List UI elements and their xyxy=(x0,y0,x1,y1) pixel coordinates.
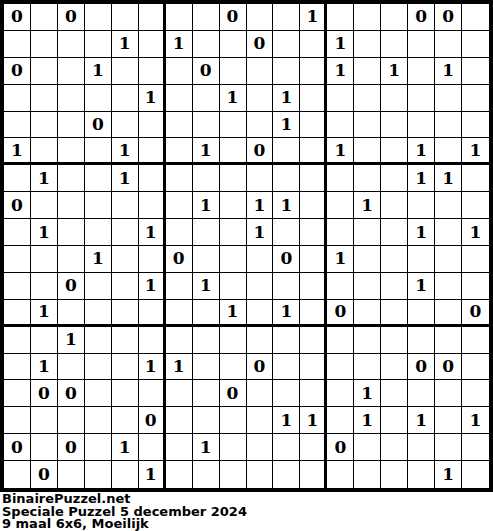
cell-r2c1-empty[interactable] xyxy=(4,31,31,58)
cell-r9c5-empty[interactable] xyxy=(112,219,139,246)
cell-r1c5-empty[interactable] xyxy=(112,4,139,31)
cell-r5c15-empty[interactable] xyxy=(381,112,408,139)
cell-r13c1-empty[interactable] xyxy=(4,327,31,354)
cell-r12c3-empty[interactable] xyxy=(58,300,85,327)
footer-details: 9 maal 6x6, Moeilijk xyxy=(2,518,493,531)
cell-r13c9-empty[interactable] xyxy=(220,327,247,354)
cell-r8c2-empty[interactable] xyxy=(31,192,58,219)
cell-r2c5-given-1: 1 xyxy=(112,31,139,58)
cell-r7c1-empty[interactable] xyxy=(4,165,31,192)
cell-r11c4-empty[interactable] xyxy=(85,273,112,300)
cell-r7c13-empty[interactable] xyxy=(327,165,354,192)
cell-r11c7-empty[interactable] xyxy=(166,273,193,300)
cell-r10c5-empty[interactable] xyxy=(112,246,139,273)
cell-r14c8-empty[interactable] xyxy=(193,354,220,381)
cell-r8c13-empty[interactable] xyxy=(327,192,354,219)
cell-r8c16-empty[interactable] xyxy=(408,192,435,219)
cell-r10c15-empty[interactable] xyxy=(381,246,408,273)
cell-r18c4-empty[interactable] xyxy=(85,461,112,488)
cell-r10c1-empty[interactable] xyxy=(4,246,31,273)
cell-r14c4-empty[interactable] xyxy=(85,354,112,381)
cell-r16c8-empty[interactable] xyxy=(193,407,220,434)
cell-r12c18-given-0: 0 xyxy=(462,300,489,327)
cell-r18c15-empty[interactable] xyxy=(381,461,408,488)
cell-r8c6-empty[interactable] xyxy=(139,192,166,219)
cell-r11c17-empty[interactable] xyxy=(435,273,462,300)
cell-r17c9-empty[interactable] xyxy=(220,434,247,461)
cell-r18c3-empty[interactable] xyxy=(58,461,85,488)
cell-r1c16-given-0: 0 xyxy=(408,4,435,31)
cell-r11c14-empty[interactable] xyxy=(354,273,381,300)
cell-r6c3-empty[interactable] xyxy=(58,138,85,165)
cell-r13c18-empty[interactable] xyxy=(462,327,489,354)
cell-r16c15-empty[interactable] xyxy=(381,407,408,434)
cell-r14c11-empty[interactable] xyxy=(273,354,300,381)
cell-r5c12-empty[interactable] xyxy=(300,112,327,139)
cell-r15c4-empty[interactable] xyxy=(85,380,112,407)
cell-r12c6-empty[interactable] xyxy=(139,300,166,327)
cell-r16c14-given-1: 1 xyxy=(354,407,381,434)
cell-r6c13-given-1: 1 xyxy=(327,138,354,165)
cell-r1c15-empty[interactable] xyxy=(381,4,408,31)
cell-r3c13-given-1: 1 xyxy=(327,58,354,85)
cell-r16c11-given-1: 1 xyxy=(273,407,300,434)
cell-r3c12-empty[interactable] xyxy=(300,58,327,85)
cell-r4c16-empty[interactable] xyxy=(408,85,435,112)
cell-r3c14-empty[interactable] xyxy=(354,58,381,85)
cell-r17c2-empty[interactable] xyxy=(31,434,58,461)
cell-r8c17-empty[interactable] xyxy=(435,192,462,219)
cell-r4c10-empty[interactable] xyxy=(247,85,274,112)
cell-r18c8-empty[interactable] xyxy=(193,461,220,488)
cell-r14c7-given-1: 1 xyxy=(166,354,193,381)
cell-r15c15-empty[interactable] xyxy=(381,380,408,407)
cell-r4c18-empty[interactable] xyxy=(462,85,489,112)
cell-r17c13-given-0: 0 xyxy=(327,434,354,461)
cell-r18c11-empty[interactable] xyxy=(273,461,300,488)
cell-r3c7-empty[interactable] xyxy=(166,58,193,85)
cell-r17c15-empty[interactable] xyxy=(381,434,408,461)
cell-r6c12-empty[interactable] xyxy=(300,138,327,165)
cell-r17c7-empty[interactable] xyxy=(166,434,193,461)
cell-r10c9-empty[interactable] xyxy=(220,246,247,273)
cell-r3c3-empty[interactable] xyxy=(58,58,85,85)
cell-r16c4-empty[interactable] xyxy=(85,407,112,434)
cell-r17c11-empty[interactable] xyxy=(273,434,300,461)
cell-r13c17-empty[interactable] xyxy=(435,327,462,354)
cell-r10c6-empty[interactable] xyxy=(139,246,166,273)
cell-r11c8-given-1: 1 xyxy=(193,273,220,300)
cell-r15c1-empty[interactable] xyxy=(4,380,31,407)
cell-r9c11-empty[interactable] xyxy=(273,219,300,246)
cell-r16c3-empty[interactable] xyxy=(58,407,85,434)
cell-r2c17-empty[interactable] xyxy=(435,31,462,58)
cell-r6c4-empty[interactable] xyxy=(85,138,112,165)
cell-r17c4-empty[interactable] xyxy=(85,434,112,461)
cell-r10c17-empty[interactable] xyxy=(435,246,462,273)
cell-r9c12-empty[interactable] xyxy=(300,219,327,246)
cell-r1c17-given-0: 0 xyxy=(435,4,462,31)
cell-r5c10-empty[interactable] xyxy=(247,112,274,139)
cell-r15c14-given-1: 1 xyxy=(354,380,381,407)
cell-r8c8-given-1: 1 xyxy=(193,192,220,219)
cell-r13c16-empty[interactable] xyxy=(408,327,435,354)
cell-r11c1-empty[interactable] xyxy=(4,273,31,300)
cell-r12c17-empty[interactable] xyxy=(435,300,462,327)
cell-r8c5-empty[interactable] xyxy=(112,192,139,219)
cell-r18c5-empty[interactable] xyxy=(112,461,139,488)
cell-r14c3-empty[interactable] xyxy=(58,354,85,381)
cell-r3c11-empty[interactable] xyxy=(273,58,300,85)
cell-r14c16-given-0: 0 xyxy=(408,354,435,381)
cell-r2c4-empty[interactable] xyxy=(85,31,112,58)
cell-r4c14-empty[interactable] xyxy=(354,85,381,112)
cell-r18c10-empty[interactable] xyxy=(247,461,274,488)
cell-r9c10-given-1: 1 xyxy=(247,219,274,246)
cell-r11c2-empty[interactable] xyxy=(31,273,58,300)
cell-r1c18-empty[interactable] xyxy=(462,4,489,31)
cell-r7c6-empty[interactable] xyxy=(139,165,166,192)
cell-r12c10-empty[interactable] xyxy=(247,300,274,327)
cell-r13c4-empty[interactable] xyxy=(85,327,112,354)
cell-r18c6-given-1: 1 xyxy=(139,461,166,488)
cell-r14c10-given-0: 0 xyxy=(247,354,274,381)
cell-r7c9-empty[interactable] xyxy=(220,165,247,192)
cell-r16c2-empty[interactable] xyxy=(31,407,58,434)
cell-r14c15-empty[interactable] xyxy=(381,354,408,381)
cell-r1c6-empty[interactable] xyxy=(139,4,166,31)
cell-r8c14-given-1: 1 xyxy=(354,192,381,219)
cell-r14c5-empty[interactable] xyxy=(112,354,139,381)
cell-r2c2-empty[interactable] xyxy=(31,31,58,58)
cell-r15c18-empty[interactable] xyxy=(462,380,489,407)
cell-r14c13-empty[interactable] xyxy=(327,354,354,381)
cell-r6c14-empty[interactable] xyxy=(354,138,381,165)
cell-r2c11-empty[interactable] xyxy=(273,31,300,58)
cell-r7c8-empty[interactable] xyxy=(193,165,220,192)
cell-r14c14-empty[interactable] xyxy=(354,354,381,381)
cell-r17c12-empty[interactable] xyxy=(300,434,327,461)
cell-r16c1-empty[interactable] xyxy=(4,407,31,434)
cell-r5c8-empty[interactable] xyxy=(193,112,220,139)
cell-r9c7-empty[interactable] xyxy=(166,219,193,246)
cell-r13c7-empty[interactable] xyxy=(166,327,193,354)
cell-r4c3-empty[interactable] xyxy=(58,85,85,112)
cell-r11c6-given-1: 1 xyxy=(139,273,166,300)
cell-r17c3-given-0: 0 xyxy=(58,434,85,461)
cell-r17c18-empty[interactable] xyxy=(462,434,489,461)
cell-r4c1-empty[interactable] xyxy=(4,85,31,112)
cell-r10c8-empty[interactable] xyxy=(193,246,220,273)
cell-r11c12-empty[interactable] xyxy=(300,273,327,300)
cell-r4c9-given-1: 1 xyxy=(220,85,247,112)
cell-r7c3-empty[interactable] xyxy=(58,165,85,192)
cell-r13c12-empty[interactable] xyxy=(300,327,327,354)
cell-r12c11-given-1: 1 xyxy=(273,300,300,327)
cell-r2c9-empty[interactable] xyxy=(220,31,247,58)
cell-r9c17-empty[interactable] xyxy=(435,219,462,246)
cell-r12c5-empty[interactable] xyxy=(112,300,139,327)
cell-r16c5-empty[interactable] xyxy=(112,407,139,434)
cell-r5c11-given-1: 1 xyxy=(273,112,300,139)
cell-r6c17-empty[interactable] xyxy=(435,138,462,165)
cell-r9c3-empty[interactable] xyxy=(58,219,85,246)
cell-r5c2-empty[interactable] xyxy=(31,112,58,139)
cell-r9c16-given-1: 1 xyxy=(408,219,435,246)
cell-r10c3-empty[interactable] xyxy=(58,246,85,273)
cell-r8c10-given-1: 1 xyxy=(247,192,274,219)
cell-r3c17-given-1: 1 xyxy=(435,58,462,85)
cell-r15c8-empty[interactable] xyxy=(193,380,220,407)
cell-r12c8-empty[interactable] xyxy=(193,300,220,327)
cell-r13c10-empty[interactable] xyxy=(247,327,274,354)
cell-r4c5-empty[interactable] xyxy=(112,85,139,112)
cell-r1c4-empty[interactable] xyxy=(85,4,112,31)
cell-r3c6-empty[interactable] xyxy=(139,58,166,85)
cell-r18c7-empty[interactable] xyxy=(166,461,193,488)
cell-r11c13-empty[interactable] xyxy=(327,273,354,300)
cell-r16c6-given-0: 0 xyxy=(139,407,166,434)
cell-r2c10-given-0: 0 xyxy=(247,31,274,58)
cell-r1c2-empty[interactable] xyxy=(31,4,58,31)
cell-r16c13-empty[interactable] xyxy=(327,407,354,434)
cell-r7c7-empty[interactable] xyxy=(166,165,193,192)
cell-r17c6-empty[interactable] xyxy=(139,434,166,461)
cell-r14c6-given-1: 1 xyxy=(139,354,166,381)
cell-r18c16-empty[interactable] xyxy=(408,461,435,488)
cell-r3c2-empty[interactable] xyxy=(31,58,58,85)
cell-r18c13-empty[interactable] xyxy=(327,461,354,488)
cell-r2c12-empty[interactable] xyxy=(300,31,327,58)
cell-r5c5-empty[interactable] xyxy=(112,112,139,139)
cell-r2c3-empty[interactable] xyxy=(58,31,85,58)
cell-r15c7-empty[interactable] xyxy=(166,380,193,407)
cell-r4c8-empty[interactable] xyxy=(193,85,220,112)
cell-r7c4-empty[interactable] xyxy=(85,165,112,192)
cell-r5c7-empty[interactable] xyxy=(166,112,193,139)
cell-r6c8-given-1: 1 xyxy=(193,138,220,165)
cell-r7c12-empty[interactable] xyxy=(300,165,327,192)
cell-r6c2-empty[interactable] xyxy=(31,138,58,165)
cell-r7c18-empty[interactable] xyxy=(462,165,489,192)
cell-r12c1-empty[interactable] xyxy=(4,300,31,327)
cell-r2c18-empty[interactable] xyxy=(462,31,489,58)
cell-r12c12-empty[interactable] xyxy=(300,300,327,327)
cell-r1c12-given-1: 1 xyxy=(300,4,327,31)
cell-r6c5-given-1: 1 xyxy=(112,138,139,165)
cell-r8c9-empty[interactable] xyxy=(220,192,247,219)
cell-r13c5-empty[interactable] xyxy=(112,327,139,354)
cell-r13c2-empty[interactable] xyxy=(31,327,58,354)
cell-r1c13-empty[interactable] xyxy=(327,4,354,31)
cell-r12c4-empty[interactable] xyxy=(85,300,112,327)
cell-r5c9-empty[interactable] xyxy=(220,112,247,139)
cell-r4c13-empty[interactable] xyxy=(327,85,354,112)
cell-r12c7-empty[interactable] xyxy=(166,300,193,327)
cell-r15c5-empty[interactable] xyxy=(112,380,139,407)
cell-r7c17-given-1: 1 xyxy=(435,165,462,192)
cell-r9c6-given-1: 1 xyxy=(139,219,166,246)
cell-r8c18-empty[interactable] xyxy=(462,192,489,219)
cell-r4c7-empty[interactable] xyxy=(166,85,193,112)
cell-r13c6-empty[interactable] xyxy=(139,327,166,354)
cell-r2c6-empty[interactable] xyxy=(139,31,166,58)
cell-r6c6-empty[interactable] xyxy=(139,138,166,165)
cell-r8c12-empty[interactable] xyxy=(300,192,327,219)
cell-r8c4-empty[interactable] xyxy=(85,192,112,219)
cell-r11c15-empty[interactable] xyxy=(381,273,408,300)
cell-r1c8-empty[interactable] xyxy=(193,4,220,31)
cell-r4c4-empty[interactable] xyxy=(85,85,112,112)
cell-r9c2-given-1: 1 xyxy=(31,219,58,246)
cell-r5c16-empty[interactable] xyxy=(408,112,435,139)
cell-r16c10-empty[interactable] xyxy=(247,407,274,434)
cell-r5c17-empty[interactable] xyxy=(435,112,462,139)
cell-r10c14-empty[interactable] xyxy=(354,246,381,273)
cell-r7c10-empty[interactable] xyxy=(247,165,274,192)
cell-r8c7-empty[interactable] xyxy=(166,192,193,219)
cell-r16c18-given-1: 1 xyxy=(462,407,489,434)
cell-r9c4-empty[interactable] xyxy=(85,219,112,246)
cell-r14c1-empty[interactable] xyxy=(4,354,31,381)
cell-r12c15-empty[interactable] xyxy=(381,300,408,327)
cell-r3c16-empty[interactable] xyxy=(408,58,435,85)
cell-r2c14-empty[interactable] xyxy=(354,31,381,58)
cell-r5c4-given-0: 0 xyxy=(85,112,112,139)
cell-r1c11-empty[interactable] xyxy=(273,4,300,31)
cell-r3c18-empty[interactable] xyxy=(462,58,489,85)
cell-r1c7-empty[interactable] xyxy=(166,4,193,31)
cell-r4c2-empty[interactable] xyxy=(31,85,58,112)
cell-r12c2-given-1: 1 xyxy=(31,300,58,327)
cell-r5c18-empty[interactable] xyxy=(462,112,489,139)
cell-r8c3-empty[interactable] xyxy=(58,192,85,219)
cell-r13c3-given-1: 1 xyxy=(58,327,85,354)
cell-r6c9-empty[interactable] xyxy=(220,138,247,165)
cell-r3c8-given-0: 0 xyxy=(193,58,220,85)
cell-r5c13-empty[interactable] xyxy=(327,112,354,139)
cell-r17c5-given-1: 1 xyxy=(112,434,139,461)
cell-r15c10-empty[interactable] xyxy=(247,380,274,407)
cell-r9c14-empty[interactable] xyxy=(354,219,381,246)
cell-r15c16-empty[interactable] xyxy=(408,380,435,407)
cell-r2c13-given-1: 1 xyxy=(327,31,354,58)
cell-r11c5-empty[interactable] xyxy=(112,273,139,300)
cell-r3c5-empty[interactable] xyxy=(112,58,139,85)
cell-r13c14-empty[interactable] xyxy=(354,327,381,354)
cell-r10c2-empty[interactable] xyxy=(31,246,58,273)
cell-r7c11-empty[interactable] xyxy=(273,165,300,192)
cell-r18c17-given-1: 1 xyxy=(435,461,462,488)
cell-r6c7-empty[interactable] xyxy=(166,138,193,165)
cell-r2c15-empty[interactable] xyxy=(381,31,408,58)
cell-r3c1-given-0: 0 xyxy=(4,58,31,85)
cell-r16c17-empty[interactable] xyxy=(435,407,462,434)
cell-r13c8-empty[interactable] xyxy=(193,327,220,354)
cell-r11c18-empty[interactable] xyxy=(462,273,489,300)
cell-r18c9-empty[interactable] xyxy=(220,461,247,488)
cell-r14c9-empty[interactable] xyxy=(220,354,247,381)
cell-r8c11-given-1: 1 xyxy=(273,192,300,219)
cell-r1c14-empty[interactable] xyxy=(354,4,381,31)
cell-r2c8-empty[interactable] xyxy=(193,31,220,58)
cell-r1c10-empty[interactable] xyxy=(247,4,274,31)
cell-r15c11-empty[interactable] xyxy=(273,380,300,407)
cell-r8c15-empty[interactable] xyxy=(381,192,408,219)
cell-r18c12-empty[interactable] xyxy=(300,461,327,488)
cell-r2c16-empty[interactable] xyxy=(408,31,435,58)
cell-r17c17-empty[interactable] xyxy=(435,434,462,461)
cell-r9c1-empty[interactable] xyxy=(4,219,31,246)
cell-r12c14-empty[interactable] xyxy=(354,300,381,327)
cell-r15c9-given-0: 0 xyxy=(220,380,247,407)
cell-r14c17-given-0: 0 xyxy=(435,354,462,381)
cell-r12c16-empty[interactable] xyxy=(408,300,435,327)
cell-r9c8-empty[interactable] xyxy=(193,219,220,246)
cell-r7c14-empty[interactable] xyxy=(354,165,381,192)
cell-r18c18-empty[interactable] xyxy=(462,461,489,488)
cell-r14c18-empty[interactable] xyxy=(462,354,489,381)
cell-r7c15-empty[interactable] xyxy=(381,165,408,192)
footer: BinairePuzzel.net Speciale Puzzel 5 dece… xyxy=(0,492,493,531)
cell-r10c11-given-0: 0 xyxy=(273,246,300,273)
cell-r3c10-empty[interactable] xyxy=(247,58,274,85)
cell-r15c17-empty[interactable] xyxy=(435,380,462,407)
cell-r6c11-empty[interactable] xyxy=(273,138,300,165)
cell-r17c14-empty[interactable] xyxy=(354,434,381,461)
cell-r13c15-empty[interactable] xyxy=(381,327,408,354)
cell-r16c12-given-1: 1 xyxy=(300,407,327,434)
cell-r7c2-given-1: 1 xyxy=(31,165,58,192)
cell-r16c7-empty[interactable] xyxy=(166,407,193,434)
cell-r4c17-empty[interactable] xyxy=(435,85,462,112)
cell-r4c12-empty[interactable] xyxy=(300,85,327,112)
cell-r11c9-empty[interactable] xyxy=(220,273,247,300)
cell-r9c15-empty[interactable] xyxy=(381,219,408,246)
cell-r10c10-empty[interactable] xyxy=(247,246,274,273)
cell-r15c13-empty[interactable] xyxy=(327,380,354,407)
cell-r17c10-empty[interactable] xyxy=(247,434,274,461)
cell-r13c11-empty[interactable] xyxy=(273,327,300,354)
cell-r10c16-empty[interactable] xyxy=(408,246,435,273)
cell-r5c3-empty[interactable] xyxy=(58,112,85,139)
cell-r16c9-empty[interactable] xyxy=(220,407,247,434)
cell-r15c12-empty[interactable] xyxy=(300,380,327,407)
cell-r16c16-given-1: 1 xyxy=(408,407,435,434)
cell-r6c15-empty[interactable] xyxy=(381,138,408,165)
cell-r5c14-empty[interactable] xyxy=(354,112,381,139)
cell-r13c13-empty[interactable] xyxy=(327,327,354,354)
cell-r18c14-empty[interactable] xyxy=(354,461,381,488)
cell-r5c1-empty[interactable] xyxy=(4,112,31,139)
cell-r15c6-empty[interactable] xyxy=(139,380,166,407)
cell-r9c13-empty[interactable] xyxy=(327,219,354,246)
cell-r17c16-empty[interactable] xyxy=(408,434,435,461)
cell-r4c11-given-1: 1 xyxy=(273,85,300,112)
cell-r14c12-empty[interactable] xyxy=(300,354,327,381)
cell-r4c15-empty[interactable] xyxy=(381,85,408,112)
cell-r9c9-empty[interactable] xyxy=(220,219,247,246)
cell-r18c1-empty[interactable] xyxy=(4,461,31,488)
cell-r11c11-empty[interactable] xyxy=(273,273,300,300)
cell-r14c2-given-1: 1 xyxy=(31,354,58,381)
cell-r10c12-empty[interactable] xyxy=(300,246,327,273)
cell-r10c18-empty[interactable] xyxy=(462,246,489,273)
cell-r3c9-empty[interactable] xyxy=(220,58,247,85)
cell-r5c6-empty[interactable] xyxy=(139,112,166,139)
cell-r2c7-given-1: 1 xyxy=(166,31,193,58)
cell-r11c10-empty[interactable] xyxy=(247,273,274,300)
